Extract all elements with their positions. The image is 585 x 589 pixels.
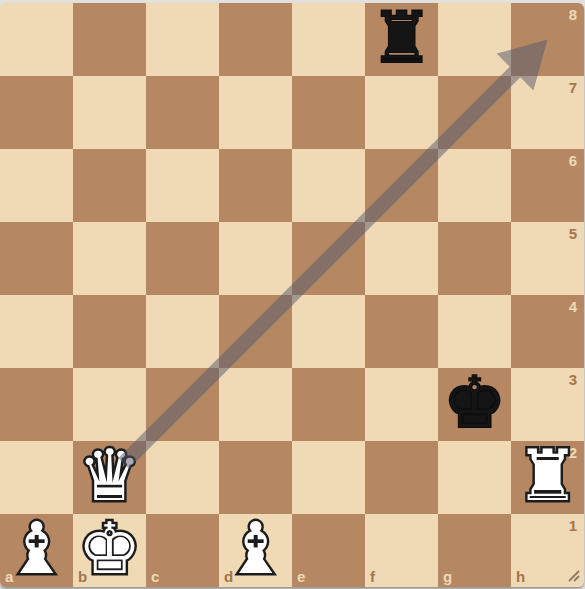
square-f4[interactable] — [365, 295, 438, 368]
square-c2[interactable] — [146, 441, 219, 514]
square-e8[interactable] — [292, 3, 365, 76]
square-c7[interactable] — [146, 76, 219, 149]
piece-white-queen-b2[interactable] — [73, 441, 146, 514]
square-h2[interactable]: 2 — [511, 441, 584, 514]
square-f5[interactable] — [365, 222, 438, 295]
square-a1[interactable]: a — [0, 514, 73, 587]
coord-label-rank-3: 3 — [569, 372, 577, 387]
resize-grip-icon[interactable] — [565, 567, 580, 582]
square-e5[interactable] — [292, 222, 365, 295]
square-b8[interactable] — [73, 3, 146, 76]
square-c1[interactable]: c — [146, 514, 219, 587]
piece-black-king-g3[interactable] — [438, 368, 511, 441]
square-a4[interactable] — [0, 295, 73, 368]
square-e3[interactable] — [292, 368, 365, 441]
square-d2[interactable] — [219, 441, 292, 514]
coord-label-rank-1: 1 — [569, 518, 577, 533]
square-d7[interactable] — [219, 76, 292, 149]
square-b3[interactable] — [73, 368, 146, 441]
coord-label-file-g: g — [443, 569, 452, 584]
square-g8[interactable] — [438, 3, 511, 76]
square-b2[interactable] — [73, 441, 146, 514]
square-b6[interactable] — [73, 149, 146, 222]
coord-label-rank-4: 4 — [569, 299, 577, 314]
square-e6[interactable] — [292, 149, 365, 222]
square-f7[interactable] — [365, 76, 438, 149]
square-b1[interactable]: b — [73, 514, 146, 587]
square-g6[interactable] — [438, 149, 511, 222]
square-c3[interactable] — [146, 368, 219, 441]
square-b4[interactable] — [73, 295, 146, 368]
square-h4[interactable]: 4 — [511, 295, 584, 368]
coord-label-rank-7: 7 — [569, 80, 577, 95]
square-a3[interactable] — [0, 368, 73, 441]
square-f1[interactable]: f — [365, 514, 438, 587]
square-e4[interactable] — [292, 295, 365, 368]
square-e1[interactable]: e — [292, 514, 365, 587]
square-h7[interactable]: 7 — [511, 76, 584, 149]
square-h6[interactable]: 6 — [511, 149, 584, 222]
square-a6[interactable] — [0, 149, 73, 222]
square-f2[interactable] — [365, 441, 438, 514]
square-e2[interactable] — [292, 441, 365, 514]
square-a7[interactable] — [0, 76, 73, 149]
square-g1[interactable]: g — [438, 514, 511, 587]
square-e7[interactable] — [292, 76, 365, 149]
square-f8[interactable] — [365, 3, 438, 76]
chess-board-container: 8765432abcdefg1h — [0, 3, 584, 587]
piece-black-rook-f8[interactable] — [365, 3, 438, 76]
square-h3[interactable]: 3 — [511, 368, 584, 441]
piece-white-king-b1[interactable] — [73, 514, 146, 587]
square-g4[interactable] — [438, 295, 511, 368]
page: { "game": "chess", "position": { "fen": … — [0, 0, 585, 589]
square-f6[interactable] — [365, 149, 438, 222]
chess-board: 8765432abcdefg1h — [0, 3, 584, 587]
square-h8[interactable]: 8 — [511, 3, 584, 76]
piece-white-bishop-d1[interactable] — [219, 514, 292, 587]
square-g2[interactable] — [438, 441, 511, 514]
square-b5[interactable] — [73, 222, 146, 295]
piece-white-bishop-a1[interactable] — [0, 514, 73, 587]
square-c8[interactable] — [146, 3, 219, 76]
resize-grip-lines — [569, 571, 579, 581]
piece-white-rook-h2[interactable] — [511, 441, 584, 514]
coord-label-rank-8: 8 — [569, 7, 577, 22]
square-d4[interactable] — [219, 295, 292, 368]
square-d3[interactable] — [219, 368, 292, 441]
square-c5[interactable] — [146, 222, 219, 295]
square-g5[interactable] — [438, 222, 511, 295]
square-a5[interactable] — [0, 222, 73, 295]
square-g3[interactable] — [438, 368, 511, 441]
square-a2[interactable] — [0, 441, 73, 514]
square-d6[interactable] — [219, 149, 292, 222]
square-c6[interactable] — [146, 149, 219, 222]
square-a8[interactable] — [0, 3, 73, 76]
coord-label-file-e: e — [297, 569, 305, 584]
square-g7[interactable] — [438, 76, 511, 149]
square-c4[interactable] — [146, 295, 219, 368]
square-h5[interactable]: 5 — [511, 222, 584, 295]
coord-label-file-f: f — [370, 569, 375, 584]
coord-label-file-h: h — [516, 569, 525, 584]
coord-label-rank-6: 6 — [569, 153, 577, 168]
square-f3[interactable] — [365, 368, 438, 441]
coord-label-file-c: c — [151, 569, 159, 584]
coord-label-rank-5: 5 — [569, 226, 577, 241]
square-d1[interactable]: d — [219, 514, 292, 587]
square-b7[interactable] — [73, 76, 146, 149]
square-d8[interactable] — [219, 3, 292, 76]
square-d5[interactable] — [219, 222, 292, 295]
